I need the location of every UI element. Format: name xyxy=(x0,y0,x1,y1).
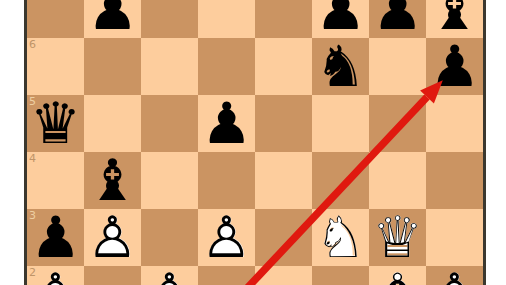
piece-black-pawn[interactable]: ♟ xyxy=(27,209,84,266)
square-c7[interactable] xyxy=(141,0,198,38)
piece-white-queen[interactable]: ♕ xyxy=(369,209,426,266)
square-c2[interactable]: ♟♙ xyxy=(141,266,198,285)
square-g5[interactable] xyxy=(369,95,426,152)
piece-black-pawn[interactable]: ♟ xyxy=(84,0,141,38)
piece-black-knight[interactable]: ♞ xyxy=(312,38,369,95)
square-e2[interactable] xyxy=(255,266,312,285)
square-b4[interactable]: ♝ xyxy=(84,152,141,209)
square-d6[interactable] xyxy=(198,38,255,95)
square-c3[interactable] xyxy=(141,209,198,266)
square-a6[interactable]: 6 xyxy=(27,38,84,95)
square-b7[interactable]: ♟ xyxy=(84,0,141,38)
chessboard: ♟♟♟♝6♞♟5♛♟4♝3♟♟♙♟♙♞♘♛♕2♟♙♟♙♝♗♟♙ xyxy=(24,0,486,285)
rank-label-6: 6 xyxy=(29,39,36,50)
square-c4[interactable] xyxy=(141,152,198,209)
square-c6[interactable] xyxy=(141,38,198,95)
board-grid: ♟♟♟♝6♞♟5♛♟4♝3♟♟♙♟♙♞♘♛♕2♟♙♟♙♝♗♟♙ xyxy=(27,0,483,285)
chessboard-viewport: ♟♟♟♝6♞♟5♛♟4♝3♟♟♙♟♙♞♘♛♕2♟♙♟♙♝♗♟♙ xyxy=(0,0,506,285)
square-f2[interactable] xyxy=(312,266,369,285)
square-h5[interactable] xyxy=(426,95,483,152)
square-d4[interactable] xyxy=(198,152,255,209)
square-e5[interactable] xyxy=(255,95,312,152)
square-g3[interactable]: ♛♕ xyxy=(369,209,426,266)
square-g2[interactable]: ♝♗ xyxy=(369,266,426,285)
square-d7[interactable] xyxy=(198,0,255,38)
square-e7[interactable] xyxy=(255,0,312,38)
square-b5[interactable] xyxy=(84,95,141,152)
piece-black-pawn[interactable]: ♟ xyxy=(198,95,255,152)
square-g6[interactable] xyxy=(369,38,426,95)
square-d5[interactable]: ♟ xyxy=(198,95,255,152)
piece-white-pawn[interactable]: ♙ xyxy=(198,209,255,266)
square-e4[interactable] xyxy=(255,152,312,209)
square-g4[interactable] xyxy=(369,152,426,209)
piece-white-knight[interactable]: ♘ xyxy=(312,209,369,266)
piece-white-pawn[interactable]: ♙ xyxy=(141,266,198,285)
rank-label-4: 4 xyxy=(29,153,36,164)
piece-white-pawn[interactable]: ♙ xyxy=(84,209,141,266)
square-b2[interactable] xyxy=(84,266,141,285)
square-a3[interactable]: 3♟ xyxy=(27,209,84,266)
square-f6[interactable]: ♞ xyxy=(312,38,369,95)
piece-black-bishop[interactable]: ♝ xyxy=(84,152,141,209)
square-c5[interactable] xyxy=(141,95,198,152)
square-e3[interactable] xyxy=(255,209,312,266)
square-a2[interactable]: 2♟♙ xyxy=(27,266,84,285)
square-f3[interactable]: ♞♘ xyxy=(312,209,369,266)
square-b6[interactable] xyxy=(84,38,141,95)
square-h6[interactable]: ♟ xyxy=(426,38,483,95)
square-b3[interactable]: ♟♙ xyxy=(84,209,141,266)
square-h3[interactable] xyxy=(426,209,483,266)
square-g7[interactable]: ♟ xyxy=(369,0,426,38)
square-e6[interactable] xyxy=(255,38,312,95)
piece-black-pawn[interactable]: ♟ xyxy=(426,38,483,95)
piece-white-pawn[interactable]: ♙ xyxy=(27,266,84,285)
square-a7[interactable] xyxy=(27,0,84,38)
square-a5[interactable]: 5♛ xyxy=(27,95,84,152)
square-f5[interactable] xyxy=(312,95,369,152)
piece-white-pawn[interactable]: ♙ xyxy=(426,266,483,285)
piece-black-pawn[interactable]: ♟ xyxy=(369,0,426,38)
square-h2[interactable]: ♟♙ xyxy=(426,266,483,285)
square-f4[interactable] xyxy=(312,152,369,209)
piece-black-queen[interactable]: ♛ xyxy=(27,95,84,152)
piece-white-bishop[interactable]: ♗ xyxy=(369,266,426,285)
square-h4[interactable] xyxy=(426,152,483,209)
square-a4[interactable]: 4 xyxy=(27,152,84,209)
square-d3[interactable]: ♟♙ xyxy=(198,209,255,266)
square-d2[interactable] xyxy=(198,266,255,285)
